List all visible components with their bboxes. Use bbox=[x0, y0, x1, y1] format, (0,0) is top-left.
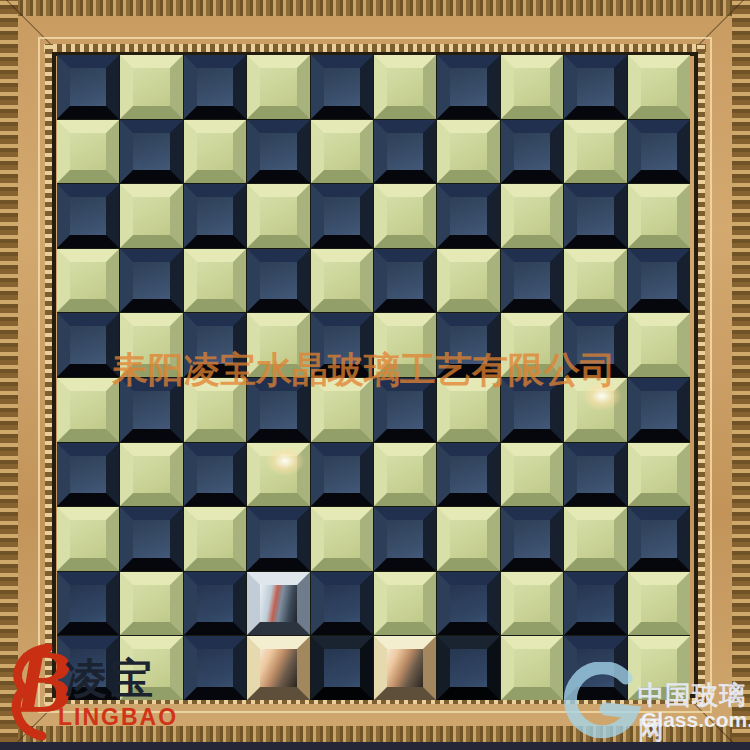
tile-r7c8 bbox=[501, 443, 563, 507]
tile-r2c3 bbox=[184, 120, 246, 184]
product-photo: 耒阳凌宝水晶玻璃工艺有限公司 B 凌宝 LINGBAO 中国玻璃网 Glass.… bbox=[0, 0, 750, 750]
tile-r4c8 bbox=[501, 249, 563, 313]
tile-r8c4 bbox=[247, 507, 309, 571]
tile-r8c9 bbox=[564, 507, 626, 571]
tile-r10c7 bbox=[437, 636, 499, 700]
tile-r4c2 bbox=[120, 249, 182, 313]
tile-r7c9 bbox=[564, 443, 626, 507]
tile-r8c10 bbox=[628, 507, 690, 571]
tile-r1c10 bbox=[628, 55, 690, 119]
tile-r7c4 bbox=[247, 443, 309, 507]
tile-r8c7 bbox=[437, 507, 499, 571]
tile-r7c2 bbox=[120, 443, 182, 507]
tile-r7c3 bbox=[184, 443, 246, 507]
glass-site-domain: Glass.com.cn bbox=[641, 708, 750, 732]
tile-r8c6 bbox=[374, 507, 436, 571]
tile-r9c6 bbox=[374, 572, 436, 636]
tile-r1c8 bbox=[501, 55, 563, 119]
tile-r3c8 bbox=[501, 184, 563, 248]
frame-carved-edge-top bbox=[0, 0, 750, 16]
tile-r6c10 bbox=[628, 378, 690, 442]
tile-r3c6 bbox=[374, 184, 436, 248]
tile-r7c1 bbox=[57, 443, 119, 507]
frame-bead-liner-top bbox=[44, 44, 706, 52]
tile-r6c1 bbox=[57, 378, 119, 442]
tile-r8c8 bbox=[501, 507, 563, 571]
tile-r4c9 bbox=[564, 249, 626, 313]
lingbao-name-cn: 凌宝 bbox=[65, 658, 157, 700]
tile-r1c9 bbox=[564, 55, 626, 119]
tile-r1c3 bbox=[184, 55, 246, 119]
tile-r4c5 bbox=[311, 249, 373, 313]
tile-r5c1 bbox=[57, 313, 119, 377]
tile-r8c3 bbox=[184, 507, 246, 571]
tile-r1c4 bbox=[247, 55, 309, 119]
lingbao-logo: B 凌宝 LINGBAO bbox=[10, 640, 250, 740]
tile-r7c10 bbox=[628, 443, 690, 507]
frame-bead-liner-right bbox=[697, 44, 705, 706]
tile-r1c6 bbox=[374, 55, 436, 119]
photo-bottom-edge-shadow bbox=[0, 742, 750, 750]
tile-r2c10 bbox=[628, 120, 690, 184]
tile-r10c4 bbox=[247, 636, 309, 700]
glass-site-watermark: 中国玻璃网 Glass.com.cn bbox=[560, 660, 750, 750]
tile-r10c6 bbox=[374, 636, 436, 700]
tile-r3c7 bbox=[437, 184, 499, 248]
tile-r3c2 bbox=[120, 184, 182, 248]
tile-r2c9 bbox=[564, 120, 626, 184]
tile-r9c8 bbox=[501, 572, 563, 636]
tile-r2c4 bbox=[247, 120, 309, 184]
tile-r8c5 bbox=[311, 507, 373, 571]
tile-r8c2 bbox=[120, 507, 182, 571]
tile-r2c1 bbox=[57, 120, 119, 184]
tile-r10c5 bbox=[311, 636, 373, 700]
tile-r1c7 bbox=[437, 55, 499, 119]
tile-r3c9 bbox=[564, 184, 626, 248]
tile-r2c2 bbox=[120, 120, 182, 184]
company-watermark-text: 耒阳凌宝水晶玻璃工艺有限公司 bbox=[112, 346, 632, 395]
tile-r7c5 bbox=[311, 443, 373, 507]
tile-r4c7 bbox=[437, 249, 499, 313]
tile-r1c5 bbox=[311, 55, 373, 119]
tile-r9c9 bbox=[564, 572, 626, 636]
tile-r1c2 bbox=[120, 55, 182, 119]
tile-r3c3 bbox=[184, 184, 246, 248]
tile-r9c4 bbox=[247, 572, 309, 636]
tile-r9c3 bbox=[184, 572, 246, 636]
tile-r4c6 bbox=[374, 249, 436, 313]
tile-r9c2 bbox=[120, 572, 182, 636]
glass-g-swoosh-icon bbox=[560, 662, 646, 748]
tile-r9c1 bbox=[57, 572, 119, 636]
tile-r3c10 bbox=[628, 184, 690, 248]
tile-r9c7 bbox=[437, 572, 499, 636]
tile-r3c5 bbox=[311, 184, 373, 248]
tile-r10c8 bbox=[501, 636, 563, 700]
tile-r9c10 bbox=[628, 572, 690, 636]
tile-r2c5 bbox=[311, 120, 373, 184]
tile-r7c7 bbox=[437, 443, 499, 507]
lingbao-name-en: LINGBAO bbox=[58, 704, 178, 731]
tile-r3c4 bbox=[247, 184, 309, 248]
tile-r4c4 bbox=[247, 249, 309, 313]
tile-r2c6 bbox=[374, 120, 436, 184]
tile-r4c10 bbox=[628, 249, 690, 313]
frame-carved-edge-right bbox=[732, 0, 750, 750]
tile-r1c1 bbox=[57, 55, 119, 119]
tile-r2c7 bbox=[437, 120, 499, 184]
tile-r4c3 bbox=[184, 249, 246, 313]
tile-r8c1 bbox=[57, 507, 119, 571]
tile-r9c5 bbox=[311, 572, 373, 636]
tile-r2c8 bbox=[501, 120, 563, 184]
tile-r7c6 bbox=[374, 443, 436, 507]
tile-r4c1 bbox=[57, 249, 119, 313]
tile-r5c10 bbox=[628, 313, 690, 377]
tile-r3c1 bbox=[57, 184, 119, 248]
